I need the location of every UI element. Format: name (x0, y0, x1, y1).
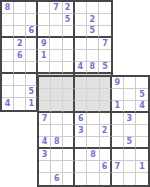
cell-g2-r9c3[interactable] (63, 173, 75, 185)
cell-g1-r8c2[interactable] (14, 86, 26, 98)
cell-g1-r2c3[interactable] (26, 14, 38, 26)
cell-g1-r2c6: 5 (63, 14, 75, 26)
cell-g1-r6c9: 5 (99, 62, 111, 74)
cell-g2-r2c3[interactable] (63, 89, 75, 101)
cell-g1-r2c9[interactable] (99, 14, 111, 26)
cell-g2-r6c1: 4 (39, 137, 51, 149)
cell-g2-r7c5: 8 (87, 149, 99, 161)
cell-g2-r5c5[interactable] (87, 125, 99, 137)
cell-g2-r1c7: 9 (112, 77, 124, 89)
cell-g2-r8c9: 1 (136, 161, 148, 173)
cell-g2-r8c1[interactable] (39, 161, 51, 173)
cell-g1-r1c7[interactable] (75, 2, 87, 14)
cell-g1-r6c1[interactable] (2, 62, 14, 74)
cell-g1-r4c7[interactable] (75, 38, 87, 50)
cell-g1-r1c2[interactable] (14, 2, 26, 14)
cell-g1-r1c5: 7 (50, 2, 62, 14)
cell-g1-r3c7[interactable] (75, 26, 87, 38)
cell-g2-r5c3[interactable] (63, 125, 75, 137)
cell-g2-r2c9: 5 (136, 89, 148, 101)
cell-g1-r4c3[interactable] (26, 38, 38, 50)
cell-g2-r9c8[interactable] (124, 173, 136, 185)
cell-g2-r5c6: 2 (100, 125, 112, 137)
cell-g2-r7c6[interactable] (100, 149, 112, 161)
cell-g1-r3c6[interactable] (63, 26, 75, 38)
cell-g1-r1c4[interactable] (38, 2, 50, 14)
cell-g2-r3c1[interactable] (39, 101, 51, 113)
cell-g1-r5c6[interactable] (63, 50, 75, 62)
cell-g2-r7c1: 3 (39, 149, 51, 161)
cell-g1-r2c8: 2 (87, 14, 99, 26)
cell-g2-r3c2[interactable] (51, 101, 63, 113)
cell-g2-r3c4[interactable] (75, 101, 87, 113)
cell-g2-r1c8[interactable] (124, 77, 136, 89)
cell-g2-r9c6[interactable] (100, 173, 112, 185)
cell-g1-r6c5[interactable] (50, 62, 62, 74)
cell-g2-r4c4: 6 (75, 113, 87, 125)
cell-g2-r3c5[interactable] (87, 101, 99, 113)
sudoku-grid-2: 951476332485386716 (37, 75, 150, 187)
cell-g2-r5c2[interactable] (51, 125, 63, 137)
cell-g1-r6c8: 8 (87, 62, 99, 74)
cell-g2-r1c9[interactable] (136, 77, 148, 89)
cell-g1-r2c5[interactable] (50, 14, 62, 26)
cell-g2-r5c9[interactable] (136, 125, 148, 137)
cell-g1-r1c6: 2 (63, 2, 75, 14)
cell-g2-r1c2[interactable] (51, 77, 63, 89)
cell-g1-r1c3[interactable] (26, 2, 38, 14)
cell-g2-r4c1: 7 (39, 113, 51, 125)
cell-g2-r1c4[interactable] (75, 77, 87, 89)
cell-g2-r6c9[interactable] (136, 137, 148, 149)
cell-g1-r4c8[interactable] (87, 38, 99, 50)
cell-g1-r4c2: 2 (14, 38, 26, 50)
cell-g1-r3c5[interactable] (50, 26, 62, 38)
cell-g2-r4c7[interactable] (112, 113, 124, 125)
cell-g1-r3c8: 5 (87, 26, 99, 38)
cell-g2-r4c8: 3 (124, 113, 136, 125)
cell-g2-r5c8[interactable] (124, 125, 136, 137)
cell-g2-r9c2: 6 (51, 173, 63, 185)
cell-g2-r9c7[interactable] (112, 173, 124, 185)
cell-g2-r2c8[interactable] (124, 89, 136, 101)
cell-g2-r8c4[interactable] (75, 161, 87, 173)
cell-g2-r7c8[interactable] (124, 149, 136, 161)
cell-g1-r3c9[interactable] (99, 26, 111, 38)
cell-g1-r9c2[interactable] (14, 98, 26, 110)
cell-g2-r3c9: 4 (136, 101, 148, 113)
cell-g1-r6c3[interactable] (26, 62, 38, 74)
cell-g1-r2c2[interactable] (14, 14, 26, 26)
cell-g2-r6c4[interactable] (75, 137, 87, 149)
cell-g1-r7c1[interactable] (2, 74, 14, 86)
cell-g2-r7c7[interactable] (112, 149, 124, 161)
cell-g2-r3c8[interactable] (124, 101, 136, 113)
cell-g2-r3c7: 1 (112, 101, 124, 113)
cell-g1-r6c6[interactable] (63, 62, 75, 74)
cell-g2-r4c6[interactable] (100, 113, 112, 125)
cell-g1-r5c1[interactable] (2, 50, 14, 62)
cell-g2-r2c4[interactable] (75, 89, 87, 101)
cell-g1-r6c2[interactable] (14, 62, 26, 74)
cell-g1-r6c7: 4 (75, 62, 87, 74)
cell-g2-r8c3[interactable] (63, 161, 75, 173)
cell-g1-r8c1[interactable] (2, 86, 14, 98)
twodoku-board: 872526529761485541 951476332485386716 (0, 0, 150, 187)
cell-g1-r3c2[interactable] (14, 26, 26, 38)
cell-g2-r4c3[interactable] (63, 113, 75, 125)
cell-g2-r3c3[interactable] (63, 101, 75, 113)
cell-g2-r6c3[interactable] (63, 137, 75, 149)
cell-g2-r5c7[interactable] (112, 125, 124, 137)
cell-g2-r8c7: 7 (112, 161, 124, 173)
cell-g2-r2c1[interactable] (39, 89, 51, 101)
cell-g1-r1c9[interactable] (99, 2, 111, 14)
cell-g2-r5c4: 3 (75, 125, 87, 137)
cell-g2-r4c9[interactable] (136, 113, 148, 125)
cell-g1-r2c7[interactable] (75, 14, 87, 26)
cell-g1-r5c4: 1 (38, 50, 50, 62)
cell-g2-r1c1[interactable] (39, 77, 51, 89)
cell-g2-r2c6[interactable] (100, 89, 112, 101)
cell-g2-r9c1[interactable] (39, 173, 51, 185)
cell-g1-r5c3[interactable] (26, 50, 38, 62)
cell-g1-r3c4[interactable] (38, 26, 50, 38)
cell-g2-r1c3[interactable] (63, 77, 75, 89)
cell-g2-r2c7[interactable] (112, 89, 124, 101)
cell-g2-r7c4[interactable] (75, 149, 87, 161)
cell-g2-r4c2[interactable] (51, 113, 63, 125)
cell-g2-r7c3[interactable] (63, 149, 75, 161)
cell-g1-r4c6[interactable] (63, 38, 75, 50)
cell-g2-r9c9[interactable] (136, 173, 148, 185)
cell-g1-r3c1[interactable] (2, 26, 14, 38)
cell-g2-r8c6: 6 (100, 161, 112, 173)
cell-g2-r8c8[interactable] (124, 161, 136, 173)
cell-g1-r4c4: 9 (38, 38, 50, 50)
cell-g1-r5c2: 6 (14, 50, 26, 62)
cell-g2-r5c1[interactable] (39, 125, 51, 137)
cell-g1-r6c4[interactable] (38, 62, 50, 74)
cell-g1-r2c1[interactable] (2, 14, 14, 26)
cell-g2-r8c2[interactable] (51, 161, 63, 173)
cell-g1-r9c1: 4 (2, 98, 14, 110)
cell-g1-r5c8[interactable] (87, 50, 99, 62)
cell-g1-r4c9: 7 (99, 38, 111, 50)
cell-g2-r3c6[interactable] (100, 101, 112, 113)
cell-g2-r6c2: 8 (51, 137, 63, 149)
cell-g1-r5c5[interactable] (50, 50, 62, 62)
cell-g1-r5c7[interactable] (75, 50, 87, 62)
cell-g2-r2c5[interactable] (87, 89, 99, 101)
cell-g2-r1c6[interactable] (100, 77, 112, 89)
cell-g2-r7c2[interactable] (51, 149, 63, 161)
cell-g2-r6c5[interactable] (87, 137, 99, 149)
cell-g2-r6c7[interactable] (112, 137, 124, 149)
cell-g2-r9c5[interactable] (87, 173, 99, 185)
cell-g2-r8c5[interactable] (87, 161, 99, 173)
cell-g2-r9c4[interactable] (75, 173, 87, 185)
cell-g1-r7c2[interactable] (14, 74, 26, 86)
cell-g1-r1c8[interactable] (87, 2, 99, 14)
cell-g1-r2c4[interactable] (38, 14, 50, 26)
cell-g2-r7c9[interactable] (136, 149, 148, 161)
cell-g1-r4c5[interactable] (50, 38, 62, 50)
cell-g1-r3c3: 6 (26, 26, 38, 38)
cell-g1-r5c9[interactable] (99, 50, 111, 62)
cell-g2-r1c5[interactable] (87, 77, 99, 89)
cell-g1-r4c1[interactable] (2, 38, 14, 50)
cell-g2-r6c6[interactable] (100, 137, 112, 149)
cell-g2-r6c8: 5 (124, 137, 136, 149)
cell-g2-r4c5[interactable] (87, 113, 99, 125)
cell-g2-r2c2[interactable] (51, 89, 63, 101)
cell-g1-r1c1: 8 (2, 2, 14, 14)
